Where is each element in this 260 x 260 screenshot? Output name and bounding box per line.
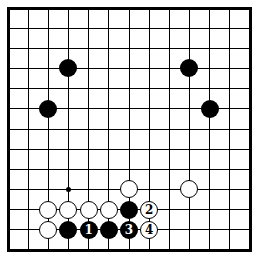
- stone-move-number: 2: [145, 204, 153, 216]
- move-4-white-stone-h2: 4: [140, 221, 158, 239]
- white-stone-c2: [39, 221, 57, 239]
- white-stone-d3: [59, 201, 77, 219]
- move-1-black-stone-e2: 1: [80, 221, 98, 239]
- move-3-black-stone-g2: 3: [120, 221, 138, 239]
- star-point-d4: [66, 187, 71, 192]
- stone-move-number: 1: [84, 224, 92, 236]
- black-stone-c8: [39, 100, 57, 118]
- go-board: 2134: [0, 0, 260, 260]
- white-stone-f3: [100, 201, 118, 219]
- black-stone-l8: [201, 100, 219, 118]
- stone-move-number: 4: [145, 224, 153, 236]
- stone-move-number: 3: [125, 224, 133, 236]
- black-stone-k10: [180, 59, 198, 77]
- black-stone-d10: [59, 59, 77, 77]
- white-stone-e3: [80, 201, 98, 219]
- white-stone-k4: [180, 180, 198, 198]
- white-stone-g4: [120, 180, 138, 198]
- board-stones-layer: 2134: [0, 0, 260, 260]
- black-stone-d2: [59, 221, 77, 239]
- white-stone-c3: [39, 201, 57, 219]
- go-diagram-page: 2134: [0, 0, 260, 260]
- black-stone-g3: [120, 201, 138, 219]
- move-2-white-stone-h3: 2: [140, 201, 158, 219]
- black-stone-f2: [100, 221, 118, 239]
